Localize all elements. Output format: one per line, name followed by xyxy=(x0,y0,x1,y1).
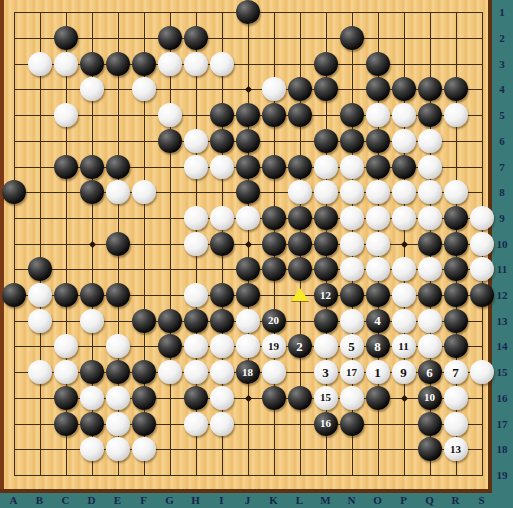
point-E1[interactable] xyxy=(105,0,131,25)
stone-black-H2[interactable] xyxy=(184,26,208,50)
point-F9[interactable] xyxy=(131,205,157,231)
point-S2[interactable] xyxy=(469,25,495,51)
point-G9[interactable] xyxy=(157,205,183,231)
point-C4[interactable] xyxy=(53,76,79,102)
stone-black-N5[interactable] xyxy=(340,103,364,127)
point-N8[interactable] xyxy=(339,179,365,205)
stone-white-Q13[interactable] xyxy=(418,309,442,333)
point-B11[interactable] xyxy=(27,256,53,282)
point-P3[interactable] xyxy=(391,51,417,77)
stone-white-R8[interactable] xyxy=(444,180,468,204)
stone-black-O3[interactable] xyxy=(366,52,390,76)
point-G5[interactable] xyxy=(157,102,183,128)
point-D16[interactable] xyxy=(79,385,105,411)
point-L3[interactable] xyxy=(287,51,313,77)
point-A15[interactable] xyxy=(1,359,27,385)
stone-white-L8[interactable] xyxy=(288,180,312,204)
stone-black-O12[interactable] xyxy=(366,283,390,307)
stone-white-E17[interactable] xyxy=(106,412,130,436)
stone-white-P6[interactable] xyxy=(392,129,416,153)
point-H16[interactable] xyxy=(183,385,209,411)
point-B9[interactable] xyxy=(27,205,53,231)
stone-black-F15[interactable] xyxy=(132,360,156,384)
stone-white-E16[interactable] xyxy=(106,386,130,410)
stone-black-L5[interactable] xyxy=(288,103,312,127)
stone-black-M3[interactable] xyxy=(314,52,338,76)
stone-black-K11[interactable] xyxy=(262,257,286,281)
point-P13[interactable] xyxy=(391,308,417,334)
point-R12[interactable] xyxy=(443,282,469,308)
stone-white-N11[interactable] xyxy=(340,257,364,281)
stone-black-P7[interactable] xyxy=(392,155,416,179)
stone-black-H13[interactable] xyxy=(184,309,208,333)
point-P12[interactable] xyxy=(391,282,417,308)
stone-white-R15[interactable]: 7 xyxy=(444,360,468,384)
stone-white-O5[interactable] xyxy=(366,103,390,127)
point-F4[interactable] xyxy=(131,76,157,102)
point-O14[interactable]: 8 xyxy=(365,333,391,359)
stone-white-B13[interactable] xyxy=(28,309,52,333)
point-C11[interactable] xyxy=(53,256,79,282)
point-I4[interactable] xyxy=(209,76,235,102)
point-H2[interactable] xyxy=(183,25,209,51)
point-C14[interactable] xyxy=(53,333,79,359)
point-A11[interactable] xyxy=(1,256,27,282)
stone-white-O8[interactable] xyxy=(366,180,390,204)
point-B19[interactable] xyxy=(27,462,53,488)
stone-white-H12[interactable] xyxy=(184,283,208,307)
stone-black-K13[interactable]: 20 xyxy=(262,309,286,333)
point-B6[interactable] xyxy=(27,128,53,154)
point-N11[interactable] xyxy=(339,256,365,282)
stone-white-F8[interactable] xyxy=(132,180,156,204)
point-P18[interactable] xyxy=(391,436,417,462)
point-H19[interactable] xyxy=(183,462,209,488)
stone-black-J1[interactable] xyxy=(236,0,260,24)
point-B4[interactable] xyxy=(27,76,53,102)
point-P8[interactable] xyxy=(391,179,417,205)
stone-black-F13[interactable] xyxy=(132,309,156,333)
point-K15[interactable] xyxy=(261,359,287,385)
point-G12[interactable] xyxy=(157,282,183,308)
stone-black-F3[interactable] xyxy=(132,52,156,76)
stone-white-F18[interactable] xyxy=(132,437,156,461)
point-S15[interactable] xyxy=(469,359,495,385)
point-S5[interactable] xyxy=(469,102,495,128)
stone-black-Q18[interactable] xyxy=(418,437,442,461)
point-D15[interactable] xyxy=(79,359,105,385)
stone-black-D12[interactable] xyxy=(80,283,104,307)
stone-black-Q10[interactable] xyxy=(418,232,442,256)
point-R17[interactable] xyxy=(443,411,469,437)
point-L11[interactable] xyxy=(287,256,313,282)
point-M10[interactable] xyxy=(313,231,339,257)
point-B2[interactable] xyxy=(27,25,53,51)
point-P17[interactable] xyxy=(391,411,417,437)
point-S17[interactable] xyxy=(469,411,495,437)
point-L8[interactable] xyxy=(287,179,313,205)
point-E17[interactable] xyxy=(105,411,131,437)
stone-black-H16[interactable] xyxy=(184,386,208,410)
stone-black-Q4[interactable] xyxy=(418,77,442,101)
point-S10[interactable] xyxy=(469,231,495,257)
point-S14[interactable] xyxy=(469,333,495,359)
point-H1[interactable] xyxy=(183,0,209,25)
point-O19[interactable] xyxy=(365,462,391,488)
point-S18[interactable] xyxy=(469,436,495,462)
stone-white-H10[interactable] xyxy=(184,232,208,256)
stone-black-O6[interactable] xyxy=(366,129,390,153)
point-B10[interactable] xyxy=(27,231,53,257)
stone-white-R17[interactable] xyxy=(444,412,468,436)
stone-black-O4[interactable] xyxy=(366,77,390,101)
point-P16[interactable] xyxy=(391,385,417,411)
point-B8[interactable] xyxy=(27,179,53,205)
stone-black-N2[interactable] xyxy=(340,26,364,50)
point-N2[interactable] xyxy=(339,25,365,51)
point-L19[interactable] xyxy=(287,462,313,488)
point-K6[interactable] xyxy=(261,128,287,154)
point-C6[interactable] xyxy=(53,128,79,154)
point-M15[interactable]: 3 xyxy=(313,359,339,385)
stone-black-L4[interactable] xyxy=(288,77,312,101)
point-D11[interactable] xyxy=(79,256,105,282)
point-K19[interactable] xyxy=(261,462,287,488)
point-G15[interactable] xyxy=(157,359,183,385)
stone-white-H3[interactable] xyxy=(184,52,208,76)
stone-black-C16[interactable] xyxy=(54,386,78,410)
point-I13[interactable] xyxy=(209,308,235,334)
point-P15[interactable]: 9 xyxy=(391,359,417,385)
point-I19[interactable] xyxy=(209,462,235,488)
stone-white-P5[interactable] xyxy=(392,103,416,127)
point-O9[interactable] xyxy=(365,205,391,231)
point-I5[interactable] xyxy=(209,102,235,128)
point-C3[interactable] xyxy=(53,51,79,77)
point-C7[interactable] xyxy=(53,154,79,180)
stone-white-R18[interactable]: 13 xyxy=(444,437,468,461)
point-A2[interactable] xyxy=(1,25,27,51)
point-N4[interactable] xyxy=(339,76,365,102)
stone-black-I6[interactable] xyxy=(210,129,234,153)
stone-black-D15[interactable] xyxy=(80,360,104,384)
point-C8[interactable] xyxy=(53,179,79,205)
point-N9[interactable] xyxy=(339,205,365,231)
stone-white-I17[interactable] xyxy=(210,412,234,436)
point-E6[interactable] xyxy=(105,128,131,154)
point-D17[interactable] xyxy=(79,411,105,437)
stone-black-D3[interactable] xyxy=(80,52,104,76)
stone-white-N13[interactable] xyxy=(340,309,364,333)
point-B15[interactable] xyxy=(27,359,53,385)
point-Q19[interactable] xyxy=(417,462,443,488)
point-G13[interactable] xyxy=(157,308,183,334)
stone-white-O9[interactable] xyxy=(366,206,390,230)
stone-white-Q11[interactable] xyxy=(418,257,442,281)
point-E14[interactable] xyxy=(105,333,131,359)
stone-white-J14[interactable] xyxy=(236,334,260,358)
point-R13[interactable] xyxy=(443,308,469,334)
stone-black-F16[interactable] xyxy=(132,386,156,410)
point-M7[interactable] xyxy=(313,154,339,180)
point-A4[interactable] xyxy=(1,76,27,102)
stone-white-H6[interactable] xyxy=(184,129,208,153)
stone-white-S15[interactable] xyxy=(470,360,494,384)
point-I9[interactable] xyxy=(209,205,235,231)
point-P19[interactable] xyxy=(391,462,417,488)
stone-black-Q16[interactable]: 10 xyxy=(418,386,442,410)
point-C16[interactable] xyxy=(53,385,79,411)
point-N10[interactable] xyxy=(339,231,365,257)
point-D3[interactable] xyxy=(79,51,105,77)
point-L2[interactable] xyxy=(287,25,313,51)
stone-black-C17[interactable] xyxy=(54,412,78,436)
point-Q6[interactable] xyxy=(417,128,443,154)
point-O11[interactable] xyxy=(365,256,391,282)
point-R4[interactable] xyxy=(443,76,469,102)
point-R3[interactable] xyxy=(443,51,469,77)
point-A14[interactable] xyxy=(1,333,27,359)
point-D6[interactable] xyxy=(79,128,105,154)
point-M5[interactable] xyxy=(313,102,339,128)
point-C5[interactable] xyxy=(53,102,79,128)
stone-white-M15[interactable]: 3 xyxy=(314,360,338,384)
point-H12[interactable] xyxy=(183,282,209,308)
point-B3[interactable] xyxy=(27,51,53,77)
point-L14[interactable]: 2 xyxy=(287,333,313,359)
point-F5[interactable] xyxy=(131,102,157,128)
point-M14[interactable] xyxy=(313,333,339,359)
point-A5[interactable] xyxy=(1,102,27,128)
point-R10[interactable] xyxy=(443,231,469,257)
point-R7[interactable] xyxy=(443,154,469,180)
point-E16[interactable] xyxy=(105,385,131,411)
stone-white-Q6[interactable] xyxy=(418,129,442,153)
point-C12[interactable] xyxy=(53,282,79,308)
point-F17[interactable] xyxy=(131,411,157,437)
point-E3[interactable] xyxy=(105,51,131,77)
stone-black-R13[interactable] xyxy=(444,309,468,333)
point-K2[interactable] xyxy=(261,25,287,51)
point-G3[interactable] xyxy=(157,51,183,77)
point-F15[interactable] xyxy=(131,359,157,385)
stone-white-R16[interactable] xyxy=(444,386,468,410)
stone-black-O14[interactable]: 8 xyxy=(366,334,390,358)
point-D19[interactable] xyxy=(79,462,105,488)
point-O10[interactable] xyxy=(365,231,391,257)
stone-white-E14[interactable] xyxy=(106,334,130,358)
point-O2[interactable] xyxy=(365,25,391,51)
point-O5[interactable] xyxy=(365,102,391,128)
point-O8[interactable] xyxy=(365,179,391,205)
point-M3[interactable] xyxy=(313,51,339,77)
stone-black-O7[interactable] xyxy=(366,155,390,179)
point-N7[interactable] xyxy=(339,154,365,180)
point-P7[interactable] xyxy=(391,154,417,180)
point-K11[interactable] xyxy=(261,256,287,282)
point-K18[interactable] xyxy=(261,436,287,462)
stone-white-N10[interactable] xyxy=(340,232,364,256)
stone-black-R9[interactable] xyxy=(444,206,468,230)
point-K1[interactable] xyxy=(261,0,287,25)
point-I11[interactable] xyxy=(209,256,235,282)
point-B14[interactable] xyxy=(27,333,53,359)
stone-black-R14[interactable] xyxy=(444,334,468,358)
point-F13[interactable] xyxy=(131,308,157,334)
point-Q7[interactable] xyxy=(417,154,443,180)
point-O3[interactable] xyxy=(365,51,391,77)
stone-black-K16[interactable] xyxy=(262,386,286,410)
point-M9[interactable] xyxy=(313,205,339,231)
stone-black-P4[interactable] xyxy=(392,77,416,101)
stone-black-J15[interactable]: 18 xyxy=(236,360,260,384)
stone-white-J9[interactable] xyxy=(236,206,260,230)
point-H9[interactable] xyxy=(183,205,209,231)
stone-black-J6[interactable] xyxy=(236,129,260,153)
point-H17[interactable] xyxy=(183,411,209,437)
point-J8[interactable] xyxy=(235,179,261,205)
stone-black-R11[interactable] xyxy=(444,257,468,281)
point-G18[interactable] xyxy=(157,436,183,462)
point-D1[interactable] xyxy=(79,0,105,25)
point-L18[interactable] xyxy=(287,436,313,462)
point-I17[interactable] xyxy=(209,411,235,437)
point-H4[interactable] xyxy=(183,76,209,102)
point-G16[interactable] xyxy=(157,385,183,411)
point-E18[interactable] xyxy=(105,436,131,462)
point-R5[interactable] xyxy=(443,102,469,128)
stone-black-K7[interactable] xyxy=(262,155,286,179)
point-J17[interactable] xyxy=(235,411,261,437)
point-L6[interactable] xyxy=(287,128,313,154)
stone-black-O13[interactable]: 4 xyxy=(366,309,390,333)
point-I18[interactable] xyxy=(209,436,235,462)
stone-white-N14[interactable]: 5 xyxy=(340,334,364,358)
stone-black-C7[interactable] xyxy=(54,155,78,179)
point-F6[interactable] xyxy=(131,128,157,154)
point-J5[interactable] xyxy=(235,102,261,128)
stone-white-Q9[interactable] xyxy=(418,206,442,230)
point-K4[interactable] xyxy=(261,76,287,102)
point-K16[interactable] xyxy=(261,385,287,411)
point-M6[interactable] xyxy=(313,128,339,154)
point-J4[interactable] xyxy=(235,76,261,102)
point-Q16[interactable]: 10 xyxy=(417,385,443,411)
point-N17[interactable] xyxy=(339,411,365,437)
point-H15[interactable] xyxy=(183,359,209,385)
stone-black-R10[interactable] xyxy=(444,232,468,256)
point-S3[interactable] xyxy=(469,51,495,77)
stone-white-N7[interactable] xyxy=(340,155,364,179)
point-F12[interactable] xyxy=(131,282,157,308)
point-E7[interactable] xyxy=(105,154,131,180)
point-H18[interactable] xyxy=(183,436,209,462)
point-G6[interactable] xyxy=(157,128,183,154)
stone-white-B15[interactable] xyxy=(28,360,52,384)
stone-black-Q5[interactable] xyxy=(418,103,442,127)
point-S1[interactable] xyxy=(469,0,495,25)
stone-white-C5[interactable] xyxy=(54,103,78,127)
point-J2[interactable] xyxy=(235,25,261,51)
point-R11[interactable] xyxy=(443,256,469,282)
stone-white-I7[interactable] xyxy=(210,155,234,179)
point-D10[interactable] xyxy=(79,231,105,257)
stone-black-J7[interactable] xyxy=(236,155,260,179)
point-Q12[interactable] xyxy=(417,282,443,308)
point-H10[interactable] xyxy=(183,231,209,257)
stone-white-N8[interactable] xyxy=(340,180,364,204)
point-D5[interactable] xyxy=(79,102,105,128)
stone-black-I12[interactable] xyxy=(210,283,234,307)
point-F2[interactable] xyxy=(131,25,157,51)
point-E8[interactable] xyxy=(105,179,131,205)
point-R16[interactable] xyxy=(443,385,469,411)
point-D13[interactable] xyxy=(79,308,105,334)
point-E5[interactable] xyxy=(105,102,131,128)
stone-white-I16[interactable] xyxy=(210,386,234,410)
point-S12[interactable] xyxy=(469,282,495,308)
stone-white-I3[interactable] xyxy=(210,52,234,76)
point-G17[interactable] xyxy=(157,411,183,437)
stone-white-H17[interactable] xyxy=(184,412,208,436)
point-L1[interactable] xyxy=(287,0,313,25)
point-M1[interactable] xyxy=(313,0,339,25)
point-C18[interactable] xyxy=(53,436,79,462)
point-N16[interactable] xyxy=(339,385,365,411)
stone-white-Q7[interactable] xyxy=(418,155,442,179)
point-D4[interactable] xyxy=(79,76,105,102)
point-P5[interactable] xyxy=(391,102,417,128)
point-J15[interactable]: 18 xyxy=(235,359,261,385)
point-P11[interactable] xyxy=(391,256,417,282)
point-F14[interactable] xyxy=(131,333,157,359)
point-D14[interactable] xyxy=(79,333,105,359)
point-E15[interactable] xyxy=(105,359,131,385)
point-G14[interactable] xyxy=(157,333,183,359)
point-Q5[interactable] xyxy=(417,102,443,128)
stone-black-I13[interactable] xyxy=(210,309,234,333)
stone-white-P12[interactable] xyxy=(392,283,416,307)
point-K7[interactable] xyxy=(261,154,287,180)
stone-white-S11[interactable] xyxy=(470,257,494,281)
stone-black-A12[interactable] xyxy=(2,283,26,307)
point-G11[interactable] xyxy=(157,256,183,282)
point-N15[interactable]: 17 xyxy=(339,359,365,385)
stone-black-M12[interactable]: 12 xyxy=(314,283,338,307)
point-R14[interactable] xyxy=(443,333,469,359)
point-E4[interactable] xyxy=(105,76,131,102)
point-L16[interactable] xyxy=(287,385,313,411)
point-A17[interactable] xyxy=(1,411,27,437)
point-G2[interactable] xyxy=(157,25,183,51)
point-C15[interactable] xyxy=(53,359,79,385)
point-K3[interactable] xyxy=(261,51,287,77)
point-S8[interactable] xyxy=(469,179,495,205)
point-J13[interactable] xyxy=(235,308,261,334)
point-N13[interactable] xyxy=(339,308,365,334)
point-D18[interactable] xyxy=(79,436,105,462)
point-C1[interactable] xyxy=(53,0,79,25)
point-S11[interactable] xyxy=(469,256,495,282)
point-G8[interactable] xyxy=(157,179,183,205)
point-A1[interactable] xyxy=(1,0,27,25)
stone-white-P9[interactable] xyxy=(392,206,416,230)
stone-black-Q15[interactable]: 6 xyxy=(418,360,442,384)
point-P4[interactable] xyxy=(391,76,417,102)
point-A8[interactable] xyxy=(1,179,27,205)
point-O12[interactable] xyxy=(365,282,391,308)
stone-black-M6[interactable] xyxy=(314,129,338,153)
